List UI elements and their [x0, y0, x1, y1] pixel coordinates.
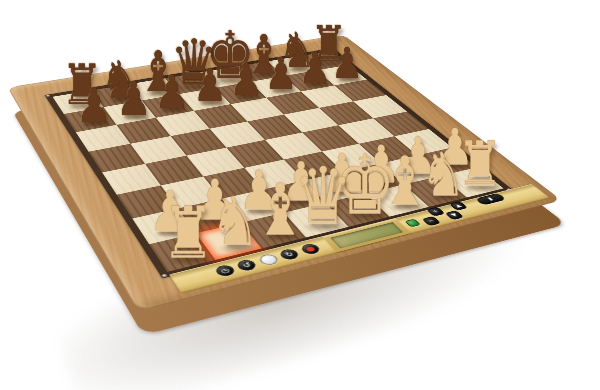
- piece-black-pawn-b7[interactable]: ♟: [116, 76, 151, 123]
- chess-computer-stage: ◷ ↺ ↻ ● − + ▼ ▲ ▮ ♜♞♝♛♚♝♞♜♟♟♟♟♟♟♟♟♟♟♟♟♟♟…: [0, 0, 600, 390]
- piece-white-knight-b1[interactable]: ♞: [210, 190, 260, 256]
- piece-black-pawn-a7[interactable]: ♟: [76, 82, 112, 130]
- piece-black-pawn-e7[interactable]: ♟: [229, 58, 263, 103]
- piece-white-bishop-c1[interactable]: ♝: [253, 175, 306, 246]
- piece-white-rook-a1[interactable]: ♜: [162, 197, 215, 268]
- piece-black-pawn-c7[interactable]: ♟: [155, 70, 190, 116]
- piece-black-pawn-d7[interactable]: ♟: [192, 64, 226, 109]
- piece-black-pawn-f7[interactable]: ♟: [264, 52, 297, 96]
- piece-black-pawn-g7[interactable]: ♟: [298, 47, 331, 90]
- pieces-layer: ♜♞♝♛♚♝♞♜♟♟♟♟♟♟♟♟♟♟♟♟♟♟♟♟♜♞♝♛♚♝♞♜: [0, 0, 600, 390]
- piece-black-pawn-h7[interactable]: ♟: [331, 41, 363, 84]
